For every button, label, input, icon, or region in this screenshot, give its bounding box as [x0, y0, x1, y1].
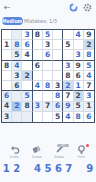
cell-r2c4[interactable]: [33, 40, 43, 50]
cell-r8c6[interactable]: 6: [53, 102, 63, 112]
cell-r8c7[interactable]: 9: [63, 102, 73, 112]
game-toolbar: Undo Erase OFF Notes Hint: [0, 145, 96, 159]
cell-r1c4[interactable]: 8: [33, 30, 43, 40]
difficulty-badge: Medium: [2, 17, 23, 25]
sudoku-board: 3854918635254638846395328646483217658723…: [1, 29, 95, 123]
cell-r9c9[interactable]: 6: [84, 112, 94, 122]
cell-r4c1[interactable]: 8: [2, 61, 12, 71]
back-icon[interactable]: ←: [4, 4, 11, 12]
cell-r5c4[interactable]: [33, 71, 43, 81]
top-bar-actions: [69, 3, 92, 12]
cell-r7c7[interactable]: 7: [63, 91, 73, 101]
cell-r5c6[interactable]: [53, 71, 63, 81]
number-pad: 1 2 4 5 6 7 9: [0, 163, 96, 175]
numpad-4[interactable]: 4: [32, 163, 42, 175]
settings-gear-icon[interactable]: [83, 3, 92, 12]
palette-icon[interactable]: [69, 3, 78, 12]
cell-r1c1[interactable]: [2, 30, 12, 40]
cell-r8c8[interactable]: 5: [74, 102, 84, 112]
cell-r6c4[interactable]: 4: [33, 81, 43, 91]
erase-label: Erase: [27, 154, 47, 159]
cell-r8c2[interactable]: 2: [12, 102, 22, 112]
cell-r1c8[interactable]: 4: [74, 30, 84, 40]
numpad-2[interactable]: 2: [11, 163, 21, 175]
cell-r1c5[interactable]: 5: [43, 30, 53, 40]
cell-r7c4[interactable]: [33, 91, 43, 101]
hint-label: Hint: [74, 154, 88, 159]
cell-r8c3[interactable]: 8: [22, 102, 32, 112]
cell-r7c6[interactable]: 8: [53, 91, 63, 101]
numpad-3-completed: [22, 163, 32, 175]
cell-r1c2[interactable]: [12, 30, 22, 40]
numpad-8-completed: [74, 163, 84, 175]
hint-button[interactable]: Hint: [75, 145, 88, 159]
cell-r8c1[interactable]: 4: [2, 102, 12, 112]
cell-r8c5[interactable]: 7: [43, 102, 53, 112]
cell-r4c7[interactable]: 3: [63, 61, 73, 71]
cell-r5c9[interactable]: 4: [84, 71, 94, 81]
cell-r3c8[interactable]: 3: [74, 50, 84, 60]
cell-r1c9[interactable]: 9: [84, 30, 94, 40]
cell-r8c4[interactable]: 3: [33, 102, 43, 112]
numpad-7[interactable]: 7: [64, 163, 74, 175]
cell-r7c8[interactable]: 2: [74, 91, 84, 101]
cell-r4c9[interactable]: 5: [84, 61, 94, 71]
cell-r3c5[interactable]: 6: [43, 50, 53, 60]
cell-r3c9[interactable]: 8: [84, 50, 94, 60]
cell-r9c2[interactable]: [12, 112, 22, 122]
cell-r9c4[interactable]: [33, 112, 43, 122]
cell-r6c8[interactable]: 1: [74, 81, 84, 91]
cell-r5c8[interactable]: 6: [74, 71, 84, 81]
cell-r7c3[interactable]: 5: [22, 91, 32, 101]
cell-r5c7[interactable]: 8: [63, 71, 73, 81]
cell-r2c3[interactable]: 6: [22, 40, 32, 50]
cell-r1c3[interactable]: 3: [22, 30, 32, 40]
numpad-1[interactable]: 1: [1, 163, 11, 175]
cell-r4c2[interactable]: 4: [12, 61, 22, 71]
notes-button[interactable]: OFF Notes: [53, 145, 66, 159]
cell-r2c1[interactable]: 1: [2, 40, 12, 50]
cell-r9c5[interactable]: [43, 112, 53, 122]
cell-r3c1[interactable]: [2, 50, 12, 60]
cell-r2c6[interactable]: [53, 40, 63, 50]
lightbulb-icon: [77, 145, 86, 154]
cell-r3c6[interactable]: [53, 50, 63, 60]
cell-r2c9[interactable]: 2: [84, 40, 94, 50]
cell-r9c3[interactable]: [22, 112, 32, 122]
cell-r3c7[interactable]: [63, 50, 73, 60]
cell-r4c3[interactable]: [22, 61, 32, 71]
cell-r4c8[interactable]: 9: [74, 61, 84, 71]
cell-r5c1[interactable]: [2, 71, 12, 81]
cell-r7c9[interactable]: 3: [84, 91, 94, 101]
cell-r2c5[interactable]: 3: [43, 40, 53, 50]
cell-r9c1[interactable]: 3: [2, 112, 12, 122]
cell-r6c9[interactable]: 7: [84, 81, 94, 91]
numpad-9[interactable]: 9: [85, 163, 95, 175]
cell-r7c2[interactable]: [12, 91, 22, 101]
notes-off-badge: OFF: [57, 144, 69, 148]
cell-r5c2[interactable]: 3: [12, 71, 22, 81]
numpad-5[interactable]: 5: [43, 163, 53, 175]
cell-r1c7[interactable]: [63, 30, 73, 40]
cell-r3c3[interactable]: 4: [22, 50, 32, 60]
cell-r8c9[interactable]: 1: [84, 102, 94, 112]
cell-r6c1[interactable]: [2, 81, 12, 91]
cell-r6c2[interactable]: 6: [12, 81, 22, 91]
mistakes-counter: Mistakes: 1/3: [24, 17, 90, 25]
cell-r2c7[interactable]: 5: [63, 40, 73, 50]
undo-icon: [10, 145, 20, 154]
timer: 03:41: [90, 17, 96, 25]
cell-r3c4[interactable]: [33, 50, 43, 60]
cell-r6c5[interactable]: 8: [43, 81, 53, 91]
cell-r7c1[interactable]: 6: [2, 91, 12, 101]
cell-r5c3[interactable]: 2: [22, 71, 32, 81]
top-bar: ←: [0, 0, 96, 13]
eraser-icon: [33, 145, 40, 154]
info-bar: Medium Mistakes: 1/3 03:41: [0, 13, 96, 27]
cell-r6c6[interactable]: 3: [53, 81, 63, 91]
cell-r6c7[interactable]: 2: [63, 81, 73, 91]
cell-r5c5[interactable]: [43, 71, 53, 81]
cell-r4c4[interactable]: 6: [33, 61, 43, 71]
cell-r2c8[interactable]: [74, 40, 84, 50]
cell-r9c7[interactable]: 4: [63, 112, 73, 122]
cell-r2c2[interactable]: 8: [12, 40, 22, 50]
numpad-6[interactable]: 6: [53, 163, 63, 175]
hint-badge: [86, 144, 90, 148]
erase-button[interactable]: Erase: [30, 145, 43, 159]
cell-r4c5[interactable]: [43, 61, 53, 71]
cell-r9c8[interactable]: 8: [74, 112, 84, 122]
notes-label: Notes: [49, 154, 69, 159]
undo-button[interactable]: Undo: [8, 145, 21, 159]
cell-r4c6[interactable]: [53, 61, 63, 71]
cell-r9c6[interactable]: 5: [53, 112, 63, 122]
cell-r3c2[interactable]: 5: [12, 50, 22, 60]
cell-r6c3[interactable]: [22, 81, 32, 91]
undo-label: Undo: [5, 154, 23, 159]
cell-r1c6[interactable]: [53, 30, 63, 40]
cell-r7c5[interactable]: [43, 91, 53, 101]
